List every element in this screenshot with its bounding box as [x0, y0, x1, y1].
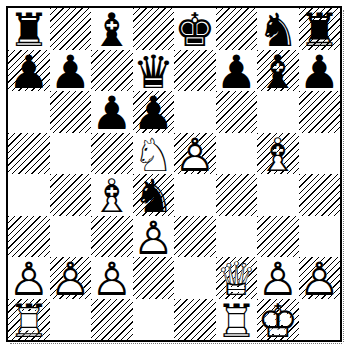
white-pawn-fill: ♟: [91, 257, 133, 299]
square-d4[interactable]: ♞: [133, 174, 175, 216]
square-c2[interactable]: ♟♙: [91, 257, 133, 299]
white-bishop-fill: ♝: [257, 133, 299, 175]
square-e2[interactable]: [174, 257, 216, 299]
square-a6[interactable]: [8, 91, 50, 133]
white-rook[interactable]: ♖: [8, 299, 50, 341]
black-pawn[interactable]: ♟: [216, 50, 258, 92]
square-a7[interactable]: ♟: [8, 50, 50, 92]
square-b5[interactable]: [50, 133, 92, 175]
white-pawn[interactable]: ♙: [91, 257, 133, 299]
square-h4[interactable]: [299, 174, 341, 216]
black-pawn[interactable]: ♟: [91, 91, 133, 133]
white-bishop-fill: ♝: [91, 174, 133, 216]
black-bishop[interactable]: ♝: [91, 8, 133, 50]
white-pawn-fill: ♟: [299, 257, 341, 299]
white-king[interactable]: ♔: [257, 299, 299, 341]
square-c5[interactable]: [91, 133, 133, 175]
white-bishop[interactable]: ♗: [91, 174, 133, 216]
white-pawn-fill: ♟: [257, 257, 299, 299]
square-e6[interactable]: [174, 91, 216, 133]
square-d7[interactable]: ♛: [133, 50, 175, 92]
black-rook[interactable]: ♜: [8, 8, 50, 50]
square-h2[interactable]: ♟♙: [299, 257, 341, 299]
white-bishop[interactable]: ♗: [257, 133, 299, 175]
square-e1[interactable]: [174, 299, 216, 341]
square-h6[interactable]: [299, 91, 341, 133]
square-g5[interactable]: ♝♗: [257, 133, 299, 175]
black-pawn[interactable]: ♟: [133, 91, 175, 133]
square-d2[interactable]: [133, 257, 175, 299]
square-h5[interactable]: [299, 133, 341, 175]
white-king-fill: ♚: [257, 299, 299, 341]
white-pawn[interactable]: ♙: [257, 257, 299, 299]
black-knight[interactable]: ♞: [133, 174, 175, 216]
white-rook-fill: ♜: [216, 299, 258, 341]
square-f2[interactable]: ♛♕: [216, 257, 258, 299]
chess-board: ♜♝♚♞♜♟♟♛♟♝♟♟♟♞♘♟♙♝♗♝♗♞♟♙♟♙♟♙♟♙♛♕♟♙♟♙♜♖♜♖…: [6, 6, 342, 342]
square-b6[interactable]: [50, 91, 92, 133]
square-e7[interactable]: [174, 50, 216, 92]
square-b1[interactable]: [50, 299, 92, 341]
square-b7[interactable]: ♟: [50, 50, 92, 92]
white-rook[interactable]: ♖: [216, 299, 258, 341]
square-c4[interactable]: ♝♗: [91, 174, 133, 216]
white-rook-fill: ♜: [8, 299, 50, 341]
square-f1[interactable]: ♜♖: [216, 299, 258, 341]
square-h7[interactable]: ♟: [299, 50, 341, 92]
square-g8[interactable]: ♞: [257, 8, 299, 50]
square-c6[interactable]: ♟: [91, 91, 133, 133]
square-c1[interactable]: [91, 299, 133, 341]
square-g1[interactable]: ♚♔: [257, 299, 299, 341]
square-g2[interactable]: ♟♙: [257, 257, 299, 299]
square-e5[interactable]: ♟♙: [174, 133, 216, 175]
square-a2[interactable]: ♟♙: [8, 257, 50, 299]
square-g7[interactable]: ♝: [257, 50, 299, 92]
square-a3[interactable]: [8, 216, 50, 258]
square-a5[interactable]: [8, 133, 50, 175]
square-g4[interactable]: [257, 174, 299, 216]
square-g6[interactable]: [257, 91, 299, 133]
square-d5[interactable]: ♞♘: [133, 133, 175, 175]
white-pawn-fill: ♟: [133, 216, 175, 258]
white-queen-fill: ♛: [216, 257, 258, 299]
white-knight-fill: ♞: [133, 133, 175, 175]
square-f8[interactable]: [216, 8, 258, 50]
square-h8[interactable]: ♜: [299, 8, 341, 50]
white-pawn-fill: ♟: [174, 133, 216, 175]
white-pawn[interactable]: ♙: [8, 257, 50, 299]
white-pawn[interactable]: ♙: [174, 133, 216, 175]
black-rook[interactable]: ♜: [299, 8, 341, 50]
square-d3[interactable]: ♟♙: [133, 216, 175, 258]
white-pawn-fill: ♟: [8, 257, 50, 299]
square-e3[interactable]: [174, 216, 216, 258]
white-pawn[interactable]: ♙: [299, 257, 341, 299]
square-h1[interactable]: [299, 299, 341, 341]
square-c8[interactable]: ♝: [91, 8, 133, 50]
square-a1[interactable]: ♜♖: [8, 299, 50, 341]
square-h3[interactable]: [299, 216, 341, 258]
white-queen[interactable]: ♕: [216, 257, 258, 299]
square-f6[interactable]: [216, 91, 258, 133]
white-pawn[interactable]: ♙: [50, 257, 92, 299]
square-d8[interactable]: [133, 8, 175, 50]
square-b2[interactable]: ♟♙: [50, 257, 92, 299]
black-king[interactable]: ♚: [174, 8, 216, 50]
black-pawn[interactable]: ♟: [50, 50, 92, 92]
square-f4[interactable]: [216, 174, 258, 216]
square-a8[interactable]: ♜: [8, 8, 50, 50]
square-f5[interactable]: [216, 133, 258, 175]
square-b8[interactable]: [50, 8, 92, 50]
square-d6[interactable]: ♟: [133, 91, 175, 133]
black-pawn[interactable]: ♟: [299, 50, 341, 92]
square-b4[interactable]: [50, 174, 92, 216]
square-a4[interactable]: [8, 174, 50, 216]
black-knight[interactable]: ♞: [257, 8, 299, 50]
black-pawn[interactable]: ♟: [8, 50, 50, 92]
square-e4[interactable]: [174, 174, 216, 216]
board-grid: ♜♝♚♞♜♟♟♛♟♝♟♟♟♞♘♟♙♝♗♝♗♞♟♙♟♙♟♙♟♙♛♕♟♙♟♙♜♖♜♖…: [8, 8, 340, 340]
square-f7[interactable]: ♟: [216, 50, 258, 92]
square-e8[interactable]: ♚: [174, 8, 216, 50]
black-bishop[interactable]: ♝: [257, 50, 299, 92]
square-c7[interactable]: [91, 50, 133, 92]
black-queen[interactable]: ♛: [133, 50, 175, 92]
white-knight[interactable]: ♘: [133, 133, 175, 175]
square-d1[interactable]: [133, 299, 175, 341]
square-g3[interactable]: [257, 216, 299, 258]
square-c3[interactable]: [91, 216, 133, 258]
white-pawn[interactable]: ♙: [133, 216, 175, 258]
square-b3[interactable]: [50, 216, 92, 258]
chess-diagram-page: ♜♝♚♞♜♟♟♛♟♝♟♟♟♞♘♟♙♝♗♝♗♞♟♙♟♙♟♙♟♙♛♕♟♙♟♙♜♖♜♖…: [0, 0, 350, 350]
square-f3[interactable]: [216, 216, 258, 258]
white-pawn-fill: ♟: [50, 257, 92, 299]
